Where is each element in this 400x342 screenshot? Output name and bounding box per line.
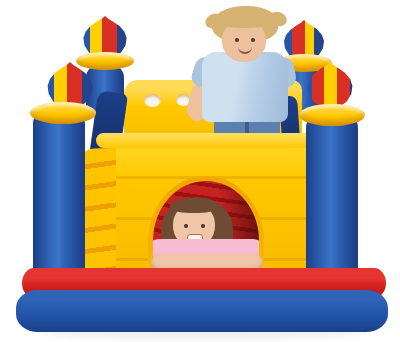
porthole-left [144, 94, 161, 107]
boy-eye-right [251, 38, 255, 42]
boy-fringe [220, 14, 270, 28]
boy-shirt [202, 52, 288, 122]
tower-ring-back-left [76, 52, 134, 70]
bounce-castle-product-photo [0, 0, 400, 342]
boy-eye-left [235, 38, 239, 42]
girl-bangs [170, 198, 218, 213]
girl-eye-right [201, 224, 205, 228]
tower-column-front-left [33, 110, 85, 274]
girl-eye-left [184, 224, 188, 228]
tower-ring-front-left [30, 102, 96, 124]
front-wall-top-bolster [96, 133, 326, 148]
boy [185, 4, 305, 149]
tower-ring-front-right [299, 104, 365, 126]
base-blue-slab [16, 290, 388, 332]
tower-column-front-right [306, 114, 358, 274]
